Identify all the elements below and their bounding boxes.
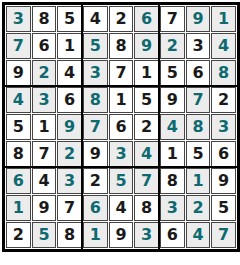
cell-r5c3[interactable]: 9	[57, 114, 82, 140]
cell-r9c1[interactable]: 2	[6, 222, 31, 248]
cell-r8c4[interactable]: 6	[83, 195, 108, 221]
cell-r9c6[interactable]: 3	[134, 222, 159, 248]
cell-r2c2[interactable]: 6	[32, 33, 57, 59]
cell-r6c8[interactable]: 5	[186, 141, 211, 167]
cell-r9c2[interactable]: 5	[32, 222, 57, 248]
box-divider-vertical-1	[81, 5, 83, 249]
cell-r8c8[interactable]: 2	[186, 195, 211, 221]
cell-r4c4[interactable]: 8	[83, 87, 108, 113]
cell-r3c5[interactable]: 7	[109, 60, 134, 86]
cell-r1c7[interactable]: 7	[160, 6, 185, 32]
cell-r1c3[interactable]: 5	[57, 6, 82, 32]
cell-r8c3[interactable]: 7	[57, 195, 82, 221]
cell-r3c4[interactable]: 3	[83, 60, 108, 86]
box-divider-horizontal-1	[5, 85, 237, 87]
cell-r8c9[interactable]: 5	[211, 195, 236, 221]
cell-r8c2[interactable]: 9	[32, 195, 57, 221]
cell-r7c2[interactable]: 4	[32, 168, 57, 194]
cell-r7c4[interactable]: 2	[83, 168, 108, 194]
cell-r4c8[interactable]: 7	[186, 87, 211, 113]
cell-r4c6[interactable]: 5	[134, 87, 159, 113]
cell-r9c3[interactable]: 8	[57, 222, 82, 248]
cell-r7c9[interactable]: 9	[211, 168, 236, 194]
cell-r7c1[interactable]: 6	[6, 168, 31, 194]
cell-r1c2[interactable]: 8	[32, 6, 57, 32]
cell-r4c5[interactable]: 1	[109, 87, 134, 113]
cell-r2c3[interactable]: 1	[57, 33, 82, 59]
cell-r8c6[interactable]: 8	[134, 195, 159, 221]
cell-r6c4[interactable]: 9	[83, 141, 108, 167]
cell-r5c7[interactable]: 4	[160, 114, 185, 140]
cell-r5c5[interactable]: 6	[109, 114, 134, 140]
cell-r6c9[interactable]: 6	[211, 141, 236, 167]
cell-r5c2[interactable]: 1	[32, 114, 57, 140]
cell-r3c1[interactable]: 9	[6, 60, 31, 86]
cell-r3c9[interactable]: 8	[211, 60, 236, 86]
cell-r1c5[interactable]: 2	[109, 6, 134, 32]
cell-r2c5[interactable]: 8	[109, 33, 134, 59]
cell-r6c6[interactable]: 4	[134, 141, 159, 167]
cell-r1c9[interactable]: 1	[211, 6, 236, 32]
cell-r4c9[interactable]: 2	[211, 87, 236, 113]
cell-r3c7[interactable]: 5	[160, 60, 185, 86]
sudoku-board: 3854267917615892349243715684368159725197…	[2, 2, 240, 252]
cell-r2c4[interactable]: 5	[83, 33, 108, 59]
box-divider-horizontal-2	[5, 166, 237, 168]
cell-r3c8[interactable]: 6	[186, 60, 211, 86]
cell-r2c9[interactable]: 4	[211, 33, 236, 59]
cell-r9c7[interactable]: 6	[160, 222, 185, 248]
cell-r4c2[interactable]: 3	[32, 87, 57, 113]
cell-r3c2[interactable]: 2	[32, 60, 57, 86]
cell-r2c1[interactable]: 7	[6, 33, 31, 59]
cell-r7c5[interactable]: 5	[109, 168, 134, 194]
cell-r1c8[interactable]: 9	[186, 6, 211, 32]
cell-r9c4[interactable]: 1	[83, 222, 108, 248]
cell-r6c3[interactable]: 2	[57, 141, 82, 167]
cell-r8c7[interactable]: 3	[160, 195, 185, 221]
cell-r1c4[interactable]: 4	[83, 6, 108, 32]
cell-r5c4[interactable]: 7	[83, 114, 108, 140]
cell-r7c8[interactable]: 1	[186, 168, 211, 194]
cell-r5c9[interactable]: 3	[211, 114, 236, 140]
cell-r5c1[interactable]: 5	[6, 114, 31, 140]
cell-r7c3[interactable]: 3	[57, 168, 82, 194]
cell-r3c3[interactable]: 4	[57, 60, 82, 86]
cell-r9c8[interactable]: 4	[186, 222, 211, 248]
cell-r9c5[interactable]: 9	[109, 222, 134, 248]
cell-r2c8[interactable]: 3	[186, 33, 211, 59]
cell-r4c1[interactable]: 4	[6, 87, 31, 113]
cell-r6c5[interactable]: 3	[109, 141, 134, 167]
cell-r5c8[interactable]: 8	[186, 114, 211, 140]
cell-r6c7[interactable]: 1	[160, 141, 185, 167]
cell-r7c7[interactable]: 8	[160, 168, 185, 194]
cell-r3c6[interactable]: 1	[134, 60, 159, 86]
cell-r9c9[interactable]: 7	[211, 222, 236, 248]
box-divider-vertical-2	[158, 5, 160, 249]
cell-r5c6[interactable]: 2	[134, 114, 159, 140]
cell-r6c2[interactable]: 7	[32, 141, 57, 167]
cell-r6c1[interactable]: 8	[6, 141, 31, 167]
cell-r8c5[interactable]: 4	[109, 195, 134, 221]
cell-r2c6[interactable]: 9	[134, 33, 159, 59]
cell-r1c6[interactable]: 6	[134, 6, 159, 32]
cell-r2c7[interactable]: 2	[160, 33, 185, 59]
cell-r1c1[interactable]: 3	[6, 6, 31, 32]
cell-r4c7[interactable]: 9	[160, 87, 185, 113]
cell-r8c1[interactable]: 1	[6, 195, 31, 221]
cell-r4c3[interactable]: 6	[57, 87, 82, 113]
cell-r7c6[interactable]: 7	[134, 168, 159, 194]
